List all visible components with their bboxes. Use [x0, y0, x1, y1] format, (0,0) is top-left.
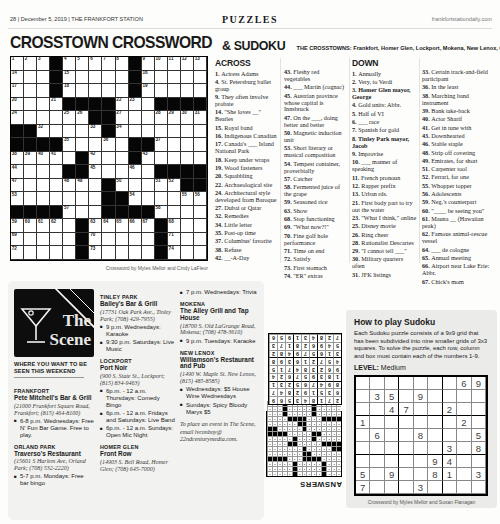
- crossword-cell[interactable]: 63: [89, 219, 102, 233]
- crossword-cell[interactable]: [116, 138, 129, 152]
- listing-city: MOKENA: [180, 301, 264, 307]
- answer-black-cell: [302, 421, 307, 426]
- crossword-cell[interactable]: [116, 84, 129, 98]
- answer-letter-cell: •: [326, 471, 331, 476]
- crossword-cell[interactable]: [155, 192, 168, 206]
- crossword-cell[interactable]: [155, 152, 168, 166]
- sudoku-cell: 2: [293, 388, 301, 396]
- crossword-cell[interactable]: [50, 192, 63, 206]
- clue-number: 10: [156, 57, 161, 62]
- crossword-cell[interactable]: [181, 246, 194, 260]
- sudoku-cell[interactable]: [399, 442, 413, 455]
- crossword-cell[interactable]: 62: [50, 219, 63, 233]
- crossword-cell[interactable]: 70: [89, 233, 102, 247]
- sudoku-cell[interactable]: [414, 403, 428, 416]
- crossword-cell[interactable]: [168, 71, 181, 85]
- crossword-cell[interactable]: 8: [116, 57, 129, 71]
- sudoku-cell[interactable]: [385, 455, 399, 468]
- answers-crossword-grid: ••••••••••••••••••••••••••••••••••••••••…: [266, 411, 342, 477]
- crossword-cell[interactable]: 2: [24, 57, 37, 71]
- sudoku-cell[interactable]: [428, 390, 442, 403]
- crossword-cell[interactable]: 53: [11, 192, 24, 206]
- sudoku-cell[interactable]: [472, 416, 486, 429]
- sudoku-cell[interactable]: [472, 390, 486, 403]
- sudoku-cell[interactable]: [399, 481, 413, 494]
- crossword-cell[interactable]: [76, 125, 89, 139]
- crossword-cell[interactable]: [24, 233, 37, 247]
- crossword-cell[interactable]: [50, 111, 63, 125]
- crossword-cell[interactable]: 58: [155, 206, 168, 220]
- sudoku-cell[interactable]: [370, 377, 384, 390]
- crossword-cell[interactable]: [168, 206, 181, 220]
- answer-letter-cell: •: [287, 436, 292, 441]
- scene-listing: TINLEY PARKBailey's Bar & Grill(17731 Oa…: [100, 294, 176, 353]
- crossword-cell[interactable]: [168, 125, 181, 139]
- sudoku-cell[interactable]: [356, 390, 370, 403]
- answer-letter-cell: •: [267, 416, 272, 421]
- crossword-cell[interactable]: 22: [116, 98, 129, 112]
- crossword-cell[interactable]: [102, 152, 115, 166]
- sudoku-cell: 1: [333, 373, 341, 381]
- sudoku-cell[interactable]: [399, 455, 413, 468]
- crossword-cell[interactable]: [24, 179, 37, 193]
- answer-letter-cell: •: [292, 421, 297, 426]
- crossword-cell[interactable]: 6: [89, 57, 102, 71]
- sudoku-cell: 4: [325, 342, 333, 350]
- sudoku-cell[interactable]: [356, 377, 370, 390]
- answer-letter-cell: •: [311, 441, 316, 446]
- crossword-cell[interactable]: [155, 71, 168, 85]
- sudoku-cell[interactable]: [399, 390, 413, 403]
- crossword-cell[interactable]: [129, 179, 142, 193]
- clue-32: 32. Remedies: [215, 213, 279, 220]
- crossword-cell[interactable]: 47: [11, 179, 24, 193]
- crossword-cell[interactable]: [194, 138, 207, 152]
- clue-number: 8: [116, 57, 119, 62]
- crossword-cell[interactable]: 54: [129, 192, 142, 206]
- crossword-cell[interactable]: [155, 125, 168, 139]
- answer-black-cell: [331, 416, 336, 421]
- crossword-cell[interactable]: [129, 111, 142, 125]
- clue-number: 46: [129, 166, 134, 171]
- sudoku-cell[interactable]: [472, 481, 486, 494]
- crossword-cell[interactable]: [194, 125, 207, 139]
- sudoku-cell[interactable]: [370, 455, 384, 468]
- crossword-cell[interactable]: [129, 125, 142, 139]
- clue-number: 37: [156, 138, 161, 143]
- crossword-cell[interactable]: 56: [194, 192, 207, 206]
- answer-black-cell: [292, 436, 297, 441]
- answer-black-cell: [282, 456, 287, 461]
- crossword-cell[interactable]: [142, 246, 155, 260]
- answer-letter-cell: •: [336, 471, 341, 476]
- crossword-cell[interactable]: 20: [11, 98, 24, 112]
- crossword-cell[interactable]: [194, 84, 207, 98]
- crossword-cell[interactable]: [37, 192, 50, 206]
- scene-listing: FRANKFORTPete Mitchell's Bar & Grill(210…: [14, 388, 94, 439]
- crossword-cell[interactable]: 72: [11, 246, 24, 260]
- crossword-cell[interactable]: [168, 152, 181, 166]
- clue-57: 57. Catcher: [284, 176, 346, 183]
- crossword-cell[interactable]: [24, 111, 37, 125]
- sudoku-cell: 1: [356, 416, 370, 429]
- crossword-cell[interactable]: 41: [50, 152, 63, 166]
- crossword-cell[interactable]: 66: [129, 219, 142, 233]
- crossword-cell[interactable]: [37, 246, 50, 260]
- crossword-cell[interactable]: [24, 192, 37, 206]
- crossword-cell[interactable]: 34: [116, 125, 129, 139]
- sudoku-cell[interactable]: [457, 390, 471, 403]
- crossword-cell[interactable]: [194, 219, 207, 233]
- crossword-cell[interactable]: [142, 111, 155, 125]
- crossword-black-cell: [89, 98, 102, 112]
- clue-63: 63. Show: [284, 208, 346, 215]
- crossword-cell[interactable]: [89, 138, 102, 152]
- crossword-cell[interactable]: [24, 98, 37, 112]
- crossword-cell[interactable]: [63, 152, 76, 166]
- answer-letter-cell: •: [287, 426, 292, 431]
- sudoku-cell[interactable]: [428, 442, 442, 455]
- crossword-cell[interactable]: 64: [102, 219, 115, 233]
- crossword-cell[interactable]: [142, 192, 155, 206]
- crossword-cell[interactable]: [89, 71, 102, 85]
- sudoku-cell[interactable]: [457, 468, 471, 481]
- crossword-cell[interactable]: [181, 206, 194, 220]
- crossword-cell[interactable]: 38: [11, 152, 24, 166]
- sudoku-cell[interactable]: [428, 416, 442, 429]
- crossword-cell[interactable]: [142, 125, 155, 139]
- sudoku-cell[interactable]: [457, 442, 471, 455]
- crossword-cell[interactable]: 67: [142, 219, 155, 233]
- crossword-cell[interactable]: 24: [11, 111, 24, 125]
- crossword-cell[interactable]: [50, 179, 63, 193]
- crossword-cell[interactable]: [63, 192, 76, 206]
- sudoku-cell[interactable]: [385, 429, 399, 442]
- crossword-cell[interactable]: [76, 138, 89, 152]
- sudoku-cell[interactable]: [399, 416, 413, 429]
- crossword-black-cell: [194, 179, 207, 193]
- sudoku-cell[interactable]: [370, 442, 384, 455]
- crossword-cell[interactable]: [37, 179, 50, 193]
- sudoku-cell[interactable]: [385, 442, 399, 455]
- crossword-cell[interactable]: [142, 233, 155, 247]
- answer-letter-cell: •: [272, 436, 277, 441]
- crossword-cell[interactable]: [37, 165, 50, 179]
- sudoku-cell[interactable]: [414, 455, 428, 468]
- clue-55: 55. Whopper topper: [422, 183, 494, 190]
- crossword-cell[interactable]: [168, 138, 181, 152]
- crossword-cell[interactable]: [63, 233, 76, 247]
- answer-letter-cell: •: [297, 431, 302, 436]
- crossword-cell[interactable]: 13: [194, 57, 207, 71]
- crossword-cell[interactable]: 5: [76, 57, 89, 71]
- logo-the-text: The: [63, 311, 92, 330]
- sudoku-cell[interactable]: [443, 481, 457, 494]
- crossword-cell[interactable]: 21: [50, 98, 63, 112]
- crossword-cell[interactable]: 51: [155, 179, 168, 193]
- crossword-black-cell: [37, 206, 50, 220]
- sudoku-cell[interactable]: [443, 390, 457, 403]
- answer-letter-cell: •: [297, 456, 302, 461]
- crossword-cell[interactable]: 73: [89, 246, 102, 260]
- crossword-cell[interactable]: 33: [89, 125, 102, 139]
- crossword-cell[interactable]: [37, 98, 50, 112]
- crossword-cell[interactable]: [37, 111, 50, 125]
- sudoku-cell[interactable]: [356, 455, 370, 468]
- crossword-cell[interactable]: [89, 84, 102, 98]
- sudoku-cell[interactable]: [414, 377, 428, 390]
- crossword-cell[interactable]: 29: [168, 111, 181, 125]
- crossword-cell[interactable]: 36: [102, 138, 115, 152]
- crossword-cell[interactable]: 57: [63, 206, 76, 220]
- crossword-cell[interactable]: [24, 84, 37, 98]
- sudoku-cell: 2: [309, 357, 317, 365]
- crossword-cell[interactable]: [24, 246, 37, 260]
- crossword-cell[interactable]: 19: [142, 84, 155, 98]
- crossword-cell[interactable]: [194, 246, 207, 260]
- answer-letter-cell: •: [306, 431, 311, 436]
- crossword-cell[interactable]: 17: [11, 84, 24, 98]
- answer-letter-cell: •: [316, 426, 321, 431]
- crossword-cell[interactable]: [76, 71, 89, 85]
- crossword-cell[interactable]: [102, 233, 115, 247]
- answer-letter-cell: •: [267, 441, 272, 446]
- sudoku-cell[interactable]: [428, 403, 442, 416]
- sudoku-cell[interactable]: [356, 429, 370, 442]
- sudoku-cell[interactable]: [472, 455, 486, 468]
- crossword-cell[interactable]: 14: [11, 71, 24, 85]
- sudoku-cell: 4: [333, 357, 341, 365]
- sudoku-cell[interactable]: [370, 468, 384, 481]
- crossword-cell[interactable]: [194, 152, 207, 166]
- sudoku-cell[interactable]: [385, 481, 399, 494]
- sudoku-cell[interactable]: [385, 416, 399, 429]
- sudoku-cell[interactable]: [457, 403, 471, 416]
- crossword-cell[interactable]: 12: [181, 57, 194, 71]
- sudoku-cell[interactable]: [414, 416, 428, 429]
- crossword-cell[interactable]: 49: [76, 179, 89, 193]
- crossword-cell[interactable]: [50, 246, 63, 260]
- crossword-cell[interactable]: [181, 125, 194, 139]
- crossword-cell[interactable]: 65: [116, 219, 129, 233]
- crossword-cell[interactable]: 60: [24, 219, 37, 233]
- crossword-cell[interactable]: [50, 125, 63, 139]
- clue-number: 54: [129, 193, 134, 198]
- sudoku-cell[interactable]: [457, 481, 471, 494]
- crossword-cell[interactable]: [116, 165, 129, 179]
- sudoku-cell: 5: [277, 334, 285, 342]
- crossword-cell[interactable]: [116, 246, 129, 260]
- crossword-cell[interactable]: 39: [24, 152, 37, 166]
- crossword-cell[interactable]: 48: [63, 179, 76, 193]
- answer-letter-cell: •: [292, 426, 297, 431]
- crossword-cell[interactable]: [155, 84, 168, 98]
- crossword-cell[interactable]: [89, 206, 102, 220]
- sudoku-cell[interactable]: [399, 429, 413, 442]
- sudoku-cell[interactable]: [443, 377, 457, 390]
- answer-letter-cell: •: [272, 421, 277, 426]
- crossword-cell[interactable]: [50, 233, 63, 247]
- sudoku-cell[interactable]: [428, 377, 442, 390]
- crossword-cell[interactable]: [63, 246, 76, 260]
- crossword-cell[interactable]: 18: [63, 84, 76, 98]
- crossword-cell[interactable]: 45: [89, 165, 102, 179]
- crossword-cell[interactable]: 52: [168, 179, 181, 193]
- crossword-cell[interactable]: 43: [142, 152, 155, 166]
- sudoku-cell[interactable]: [443, 429, 457, 442]
- crossword-cell[interactable]: 3: [37, 57, 50, 71]
- crossword-cell[interactable]: [181, 138, 194, 152]
- crossword-cell[interactable]: [76, 192, 89, 206]
- answer-letter-cell: •: [302, 441, 307, 446]
- crossword-cell[interactable]: [194, 206, 207, 220]
- crossword-cell[interactable]: [89, 179, 102, 193]
- answer-letter-cell: •: [321, 406, 326, 411]
- sudoku-cell[interactable]: [370, 481, 384, 494]
- crossword-cell[interactable]: 23: [129, 98, 142, 112]
- crossword-cell[interactable]: [102, 84, 115, 98]
- crossword-cell[interactable]: 68: [168, 219, 181, 233]
- crossword-cell[interactable]: [76, 84, 89, 98]
- crossword-cell[interactable]: 59: [11, 219, 24, 233]
- crossword-cell[interactable]: [102, 71, 115, 85]
- sudoku-cell: 1: [277, 365, 285, 373]
- sudoku-cell: 8: [325, 373, 333, 381]
- crossword-cell[interactable]: [181, 219, 194, 233]
- answer-letter-cell: •: [331, 431, 336, 436]
- crossword-cell[interactable]: [181, 84, 194, 98]
- crossword-cell[interactable]: 61: [37, 219, 50, 233]
- sudoku-cell: 6: [277, 396, 285, 404]
- sudoku-cell: 3: [333, 350, 341, 358]
- crossword-cell[interactable]: 7: [102, 57, 115, 71]
- crossword-cell[interactable]: [129, 246, 142, 260]
- sudoku-cell[interactable]: [370, 416, 384, 429]
- answer-letter-cell: •: [292, 406, 297, 411]
- answer-letter-cell: •: [336, 411, 341, 416]
- crossword-cell[interactable]: 32: [37, 125, 50, 139]
- crossword-cell[interactable]: [63, 219, 76, 233]
- crossword-black-cell: [129, 84, 142, 98]
- crossword-cell[interactable]: [37, 233, 50, 247]
- crossword-cell[interactable]: [102, 165, 115, 179]
- answer-letter-cell: •: [287, 456, 292, 461]
- crossword-cell[interactable]: [194, 233, 207, 247]
- crossword-cell[interactable]: 15: [63, 71, 76, 85]
- crossword-cell[interactable]: [24, 71, 37, 85]
- crossword-cell[interactable]: 11: [168, 57, 181, 71]
- clue-number: 4: [64, 57, 67, 62]
- crossword-cell[interactable]: [63, 125, 76, 139]
- crossword-cell[interactable]: 9: [142, 57, 155, 71]
- clue-22: 22. Archaeological site: [215, 182, 279, 189]
- sudoku-cell: 2: [301, 342, 309, 350]
- sudoku-cell[interactable]: [370, 403, 384, 416]
- crossword-cell[interactable]: [50, 165, 63, 179]
- crossword-cell[interactable]: 1: [11, 57, 24, 71]
- crossword-cell[interactable]: 25: [63, 111, 76, 125]
- sudoku-cell[interactable]: [356, 442, 370, 455]
- sudoku-cell[interactable]: [356, 403, 370, 416]
- crossword-cell[interactable]: [142, 179, 155, 193]
- crossword-cell[interactable]: 55: [181, 192, 194, 206]
- crossword-cell[interactable]: [181, 152, 194, 166]
- sudoku-cell[interactable]: [399, 468, 413, 481]
- crossword-cell[interactable]: [181, 233, 194, 247]
- sudoku-cell: 7: [309, 381, 317, 389]
- sudoku-cell: 9: [385, 468, 399, 481]
- sudoku-cell[interactable]: [385, 377, 399, 390]
- clue-number: 51: [156, 179, 161, 184]
- crossword-cell[interactable]: [24, 165, 37, 179]
- sudoku-cell[interactable]: [443, 416, 457, 429]
- crossword-cell[interactable]: [116, 71, 129, 85]
- crossword-cell[interactable]: 46: [129, 165, 142, 179]
- crossword-cell[interactable]: [181, 71, 194, 85]
- sudoku-cell[interactable]: [472, 403, 486, 416]
- clue-6: 6. ___ race: [352, 119, 417, 126]
- sudoku-cell[interactable]: [399, 377, 413, 390]
- crossword-cell[interactable]: [116, 233, 129, 247]
- crossword-cell[interactable]: 42: [89, 152, 102, 166]
- clue-58: 58. Fermented juice of the grape: [284, 184, 346, 198]
- answer-letter-cell: •: [282, 441, 287, 446]
- crossword-cell[interactable]: 27: [116, 111, 129, 125]
- column-divider: [280, 58, 281, 263]
- crossword-cell[interactable]: [102, 246, 115, 260]
- crossword-cell[interactable]: [37, 84, 50, 98]
- listing-address: (1490 W. Maple St. New Lenox, (815) 485-…: [180, 371, 264, 384]
- crossword-cell[interactable]: [142, 98, 155, 112]
- crossword-cell[interactable]: 26: [76, 111, 89, 125]
- crossword-cell[interactable]: [89, 192, 102, 206]
- crossword-cell[interactable]: 31: [194, 111, 207, 125]
- sudoku-cell[interactable]: [457, 455, 471, 468]
- sudoku-cell: 7: [269, 388, 277, 396]
- crossword-cell[interactable]: 50: [116, 179, 129, 193]
- crossword-cell[interactable]: 44: [11, 165, 24, 179]
- sudoku-cell[interactable]: [428, 481, 442, 494]
- crossword-cell[interactable]: [142, 165, 155, 179]
- crossword-cell[interactable]: 10: [155, 57, 168, 71]
- crossword-cell[interactable]: [116, 152, 129, 166]
- answer-letter-cell: •: [287, 411, 292, 416]
- crossword-cell[interactable]: 69: [11, 233, 24, 247]
- crossword-cell[interactable]: 35: [63, 138, 76, 152]
- crossword-cell[interactable]: 4: [63, 57, 76, 71]
- crossword-cell[interactable]: 40: [37, 152, 50, 166]
- crossword-cell[interactable]: 16: [142, 71, 155, 85]
- crossword-cell[interactable]: 71: [168, 233, 181, 247]
- crossword-cell[interactable]: 28: [155, 111, 168, 125]
- crossword-black-cell: [155, 219, 168, 233]
- crossword-cell[interactable]: [168, 84, 181, 98]
- crossword-cell[interactable]: 74: [168, 246, 181, 260]
- crossword-cell[interactable]: [37, 71, 50, 85]
- sudoku-cell[interactable]: [414, 442, 428, 455]
- crossword-cell[interactable]: [194, 71, 207, 85]
- crossword-cell[interactable]: [168, 192, 181, 206]
- sudoku-cell[interactable]: [414, 468, 428, 481]
- website-url: frankfortstationdaily.com: [432, 16, 492, 22]
- sudoku-cell[interactable]: [457, 429, 471, 442]
- sudoku-cell: 9: [277, 357, 285, 365]
- crossword-cell[interactable]: [76, 206, 89, 220]
- crossword-cell[interactable]: [129, 233, 142, 247]
- sudoku-cell[interactable]: [428, 429, 442, 442]
- crossword-cell[interactable]: 37: [155, 138, 168, 152]
- crossword-cell[interactable]: 30: [181, 111, 194, 125]
